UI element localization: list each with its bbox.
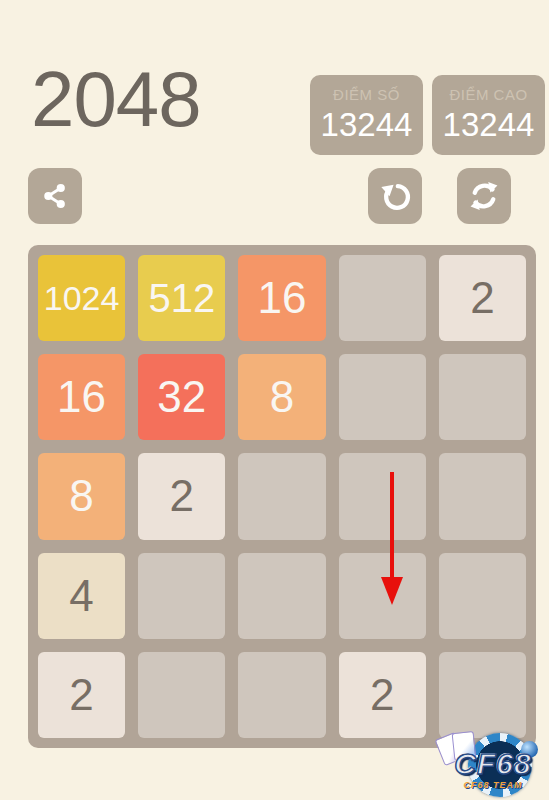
refresh-icon: [467, 179, 501, 213]
empty-cell-r4c3: [238, 553, 325, 639]
empty-cell-r5c2: [138, 652, 225, 738]
tile-8-r2c3: 8: [238, 354, 325, 440]
score-label: ĐIỂM SỐ: [333, 86, 400, 103]
empty-cell-r4c5: [439, 553, 526, 639]
tile-512-r1c2: 512: [138, 255, 225, 341]
tile-2-r3c2: 2: [138, 453, 225, 539]
score-box-best: ĐIỂM CAO 13244: [432, 75, 545, 155]
empty-cell-r2c5: [439, 354, 526, 440]
tile-4-r4c1: 4: [38, 553, 125, 639]
score-box-current: ĐIỂM SỐ 13244: [310, 75, 423, 155]
undo-button[interactable]: [368, 168, 422, 224]
share-button[interactable]: [28, 168, 82, 224]
score-panel: ĐIỂM SỐ 13244 ĐIỂM CAO 13244: [310, 75, 545, 155]
empty-cell-r1c4: [339, 255, 426, 341]
tile-16-r2c1: 16: [38, 354, 125, 440]
undo-icon: [378, 179, 412, 213]
best-score-label: ĐIỂM CAO: [449, 86, 527, 103]
tile-1024-r1c1: 1024: [38, 255, 125, 341]
share-icon: [39, 180, 71, 212]
empty-cell-r5c3: [238, 652, 325, 738]
tile-2-r1c5: 2: [439, 255, 526, 341]
hint-arrow-down-head: [381, 577, 403, 605]
hint-arrow-down-shaft: [390, 472, 394, 580]
tile-16-r1c3: 16: [238, 255, 325, 341]
score-value: 13244: [321, 106, 413, 144]
empty-cell-r3c3: [238, 453, 325, 539]
empty-cell-r5c5: [439, 652, 526, 738]
empty-cell-r3c4: [339, 453, 426, 539]
watermark-logo-text: CF68: [437, 749, 549, 779]
tile-2-r5c4: 2: [339, 652, 426, 738]
tile-8-r3c1: 8: [38, 453, 125, 539]
empty-cell-r2c4: [339, 354, 426, 440]
tile-32-r2c2: 32: [138, 354, 225, 440]
empty-cell-r3c5: [439, 453, 526, 539]
board-grid[interactable]: 10245121621632882422: [28, 245, 536, 748]
watermark-logo-subtext: CF68 TEAM: [437, 780, 549, 790]
refresh-button[interactable]: [457, 168, 511, 224]
page-title: 2048: [31, 60, 201, 138]
tile-2-r5c1: 2: [38, 652, 125, 738]
best-score-value: 13244: [443, 106, 535, 144]
empty-cell-r4c2: [138, 553, 225, 639]
